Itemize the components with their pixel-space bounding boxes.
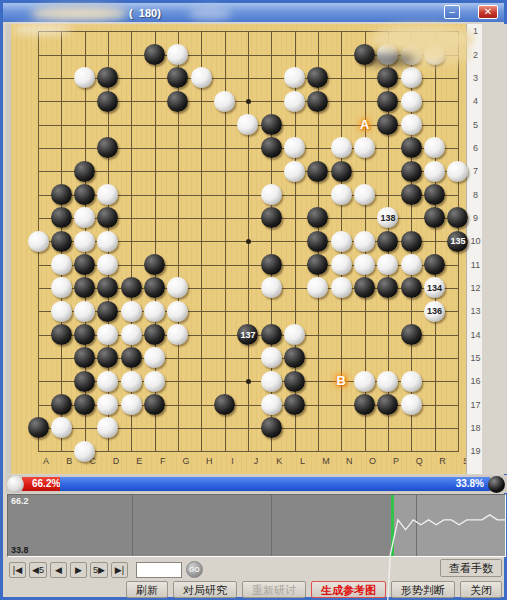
white-stone[interactable]	[51, 254, 72, 275]
star-point	[246, 379, 251, 384]
white-stone-numbered[interactable]: 138	[377, 207, 398, 228]
black-stone[interactable]	[121, 347, 142, 368]
black-stone[interactable]	[167, 91, 188, 112]
nav-button-first[interactable]: |◀	[9, 562, 26, 578]
white-stone[interactable]	[28, 231, 49, 252]
white-stone[interactable]	[307, 277, 328, 298]
black-stone[interactable]	[401, 137, 422, 158]
column-label: P	[386, 456, 406, 466]
black-stone[interactable]	[97, 277, 118, 298]
black-stone[interactable]	[74, 371, 95, 392]
black-stone[interactable]	[74, 184, 95, 205]
white-stone[interactable]	[97, 231, 118, 252]
column-label: H	[199, 456, 219, 466]
white-stone[interactable]	[74, 67, 95, 88]
winrate-bar: 66.2% 33.8%	[6, 475, 507, 493]
white-stone[interactable]	[331, 277, 352, 298]
white-stone[interactable]	[261, 371, 282, 392]
black-stone[interactable]	[144, 44, 165, 65]
black-stone[interactable]	[97, 207, 118, 228]
black-stone[interactable]	[261, 324, 282, 345]
white-stone[interactable]	[284, 91, 305, 112]
white-stone[interactable]	[377, 254, 398, 275]
black-stone[interactable]	[284, 394, 305, 415]
censor-blur	[189, 7, 231, 20]
black-stone[interactable]	[74, 277, 95, 298]
white-stone[interactable]	[401, 394, 422, 415]
black-stone[interactable]	[307, 91, 328, 112]
row-label: 6	[469, 143, 482, 153]
white-stone[interactable]	[121, 301, 142, 322]
black-stone[interactable]	[401, 161, 422, 182]
white-stone[interactable]	[237, 114, 258, 135]
column-label: M	[316, 456, 336, 466]
white-stone[interactable]	[354, 184, 375, 205]
black-stone[interactable]	[144, 277, 165, 298]
black-stone[interactable]	[121, 277, 142, 298]
nav-button-forward[interactable]: ▶	[70, 562, 87, 578]
black-stone[interactable]	[424, 254, 445, 275]
winrate-graph[interactable]: 66.2 33.8	[7, 494, 506, 557]
white-stone[interactable]	[74, 441, 95, 462]
black-stone[interactable]	[377, 394, 398, 415]
black-stone[interactable]	[401, 184, 422, 205]
black-stone[interactable]	[377, 231, 398, 252]
row-label: 19	[469, 446, 482, 456]
white-stone[interactable]	[331, 137, 352, 158]
black-stone[interactable]	[97, 67, 118, 88]
black-stone[interactable]	[74, 347, 95, 368]
white-stone[interactable]	[167, 44, 188, 65]
black-stone[interactable]	[424, 184, 445, 205]
censor-blur	[31, 6, 127, 21]
column-label: G	[176, 456, 196, 466]
right-gap	[482, 24, 507, 474]
black-stone[interactable]	[97, 91, 118, 112]
white-stone[interactable]	[97, 184, 118, 205]
action-button[interactable]: 重新研讨	[242, 581, 306, 598]
black-stone[interactable]	[401, 324, 422, 345]
black-stone[interactable]	[307, 161, 328, 182]
white-stone[interactable]	[401, 371, 422, 392]
row-label: 3	[469, 73, 482, 83]
white-stone[interactable]	[261, 347, 282, 368]
black-stone[interactable]	[74, 161, 95, 182]
row-label: 8	[469, 190, 482, 200]
black-stone[interactable]	[144, 254, 165, 275]
black-winrate-segment: 33.8%	[60, 477, 490, 491]
white-stone[interactable]	[401, 114, 422, 135]
column-label: O	[363, 456, 383, 466]
column-label: D	[106, 456, 126, 466]
black-stone[interactable]	[214, 394, 235, 415]
black-stone[interactable]	[284, 371, 305, 392]
white-stone[interactable]	[354, 231, 375, 252]
white-stone[interactable]	[97, 371, 118, 392]
row-label: 14	[469, 330, 482, 340]
row-label: 5	[469, 120, 482, 130]
row-label: 16	[469, 376, 482, 386]
black-stone[interactable]	[97, 347, 118, 368]
left-gap	[6, 24, 11, 474]
white-stone[interactable]	[167, 277, 188, 298]
nav-button-back[interactable]: ◀	[50, 562, 67, 578]
censor-blur	[13, 24, 71, 35]
black-stone[interactable]	[97, 301, 118, 322]
column-label: E	[129, 456, 149, 466]
black-stone-icon	[488, 476, 505, 493]
row-label: 15	[469, 353, 482, 363]
row-label: 4	[469, 96, 482, 106]
white-stone[interactable]	[214, 91, 235, 112]
navigation-row: |◀◀5◀▶5▶▶| GO 查看手数	[6, 559, 507, 580]
white-stone[interactable]	[97, 394, 118, 415]
white-stone[interactable]	[354, 137, 375, 158]
column-label: Q	[409, 456, 429, 466]
white-stone[interactable]	[167, 301, 188, 322]
black-stone[interactable]	[424, 207, 445, 228]
app-window: ( 180) – ✕ ABCDEFGHIJKLMNOPQRS1381351341…	[0, 0, 507, 600]
column-label: R	[433, 456, 453, 466]
black-stone[interactable]	[144, 324, 165, 345]
point-marker-a[interactable]: A	[354, 114, 376, 136]
white-stone[interactable]	[121, 394, 142, 415]
white-stone[interactable]	[284, 67, 305, 88]
white-stone[interactable]	[97, 417, 118, 438]
row-label: 11	[469, 260, 482, 270]
black-stone[interactable]	[354, 277, 375, 298]
white-stone[interactable]	[167, 324, 188, 345]
white-stone[interactable]	[121, 371, 142, 392]
black-stone[interactable]	[377, 91, 398, 112]
view-move-count-button[interactable]: 查看手数	[440, 559, 502, 577]
action-button[interactable]: 形势判断	[391, 581, 455, 598]
black-stone[interactable]	[74, 324, 95, 345]
row-label: 9	[469, 213, 482, 223]
white-stone-numbered[interactable]: 136	[424, 301, 445, 322]
black-stone[interactable]	[377, 277, 398, 298]
white-stone[interactable]	[74, 301, 95, 322]
row-label: 10	[469, 236, 482, 246]
black-stone[interactable]	[51, 207, 72, 228]
black-stone[interactable]	[261, 417, 282, 438]
action-button-row: 刷新对局研究重新研讨生成参考图形势判断关闭	[6, 581, 507, 600]
go-button[interactable]: GO	[186, 561, 203, 578]
row-label: 12	[469, 283, 482, 293]
black-stone[interactable]	[261, 254, 282, 275]
white-stone[interactable]	[377, 371, 398, 392]
black-stone[interactable]	[377, 114, 398, 135]
star-point	[246, 239, 251, 244]
black-stone[interactable]	[307, 67, 328, 88]
point-marker-b[interactable]: B	[330, 370, 352, 392]
column-label: L	[293, 456, 313, 466]
black-stone[interactable]	[261, 207, 282, 228]
white-stone[interactable]	[354, 371, 375, 392]
black-stone-numbered[interactable]: 137	[237, 324, 258, 345]
black-stone[interactable]	[307, 254, 328, 275]
column-label: N	[339, 456, 359, 466]
white-stone[interactable]	[51, 277, 72, 298]
nav-button-back5[interactable]: ◀5	[29, 562, 47, 578]
white-stone[interactable]	[97, 324, 118, 345]
white-winrate-segment: 66.2%	[22, 477, 60, 491]
white-stone[interactable]	[144, 371, 165, 392]
black-stone[interactable]	[307, 207, 328, 228]
black-stone[interactable]	[51, 394, 72, 415]
white-stone[interactable]	[261, 394, 282, 415]
white-stone[interactable]	[284, 324, 305, 345]
black-stone[interactable]	[74, 394, 95, 415]
column-label: J	[246, 456, 266, 466]
action-button[interactable]: 刷新	[126, 581, 168, 598]
censor-smear	[363, 53, 415, 66]
black-stone[interactable]	[74, 254, 95, 275]
black-stone[interactable]	[51, 184, 72, 205]
white-stone[interactable]	[144, 301, 165, 322]
white-stone[interactable]	[424, 137, 445, 158]
minimize-button[interactable]: –	[444, 5, 460, 19]
black-stone[interactable]	[167, 67, 188, 88]
white-stone[interactable]	[401, 254, 422, 275]
nav-button-forward5[interactable]: 5▶	[90, 562, 108, 578]
black-stone[interactable]	[261, 114, 282, 135]
white-stone[interactable]	[261, 184, 282, 205]
white-stone[interactable]	[74, 207, 95, 228]
white-stone[interactable]	[191, 67, 212, 88]
white-stone[interactable]	[331, 184, 352, 205]
row-label: 2	[469, 50, 482, 60]
white-stone[interactable]	[401, 91, 422, 112]
black-stone[interactable]	[284, 347, 305, 368]
white-stone[interactable]	[284, 137, 305, 158]
black-stone[interactable]	[28, 417, 49, 438]
column-label: K	[269, 456, 289, 466]
black-stone[interactable]	[401, 277, 422, 298]
action-button[interactable]: 生成参考图	[311, 581, 386, 598]
move-number-input[interactable]	[136, 562, 182, 578]
black-stone[interactable]	[261, 137, 282, 158]
white-stone[interactable]	[261, 277, 282, 298]
black-stone[interactable]	[51, 324, 72, 345]
white-stone[interactable]	[97, 254, 118, 275]
row-number-strip: 12345678910111213141516171819	[466, 24, 482, 474]
black-stone[interactable]	[401, 231, 422, 252]
grid-line	[435, 31, 436, 452]
action-button[interactable]: 关闭	[460, 581, 502, 598]
star-point	[246, 99, 251, 104]
row-label: 18	[469, 423, 482, 433]
row-label: 17	[469, 400, 482, 410]
white-stone[interactable]	[121, 324, 142, 345]
white-stone[interactable]	[331, 254, 352, 275]
white-stone[interactable]	[144, 347, 165, 368]
grid-line	[38, 451, 459, 452]
white-stone[interactable]	[424, 161, 445, 182]
column-label: F	[153, 456, 173, 466]
white-stone[interactable]	[401, 67, 422, 88]
white-stone-icon	[7, 476, 24, 493]
white-stone[interactable]	[51, 301, 72, 322]
black-stone[interactable]	[354, 394, 375, 415]
row-label: 13	[469, 306, 482, 316]
black-stone[interactable]	[144, 394, 165, 415]
black-stone[interactable]	[307, 231, 328, 252]
go-board[interactable]: ABCDEFGHIJKLMNOPQRS138135134136137AB	[11, 24, 466, 474]
white-stone[interactable]	[354, 254, 375, 275]
white-stone-numbered[interactable]: 134	[424, 277, 445, 298]
black-stone[interactable]	[377, 67, 398, 88]
column-label: A	[36, 456, 56, 466]
nav-button-last[interactable]: ▶|	[111, 562, 128, 578]
column-label: I	[223, 456, 243, 466]
black-stone[interactable]	[51, 231, 72, 252]
white-stone[interactable]	[284, 161, 305, 182]
white-stone[interactable]	[74, 231, 95, 252]
white-stone[interactable]	[331, 231, 352, 252]
black-stone[interactable]	[331, 161, 352, 182]
row-label: 7	[469, 166, 482, 176]
action-button[interactable]: 对局研究	[173, 581, 237, 598]
black-stone[interactable]	[97, 137, 118, 158]
white-stone[interactable]	[51, 417, 72, 438]
close-button[interactable]: ✕	[478, 5, 498, 19]
